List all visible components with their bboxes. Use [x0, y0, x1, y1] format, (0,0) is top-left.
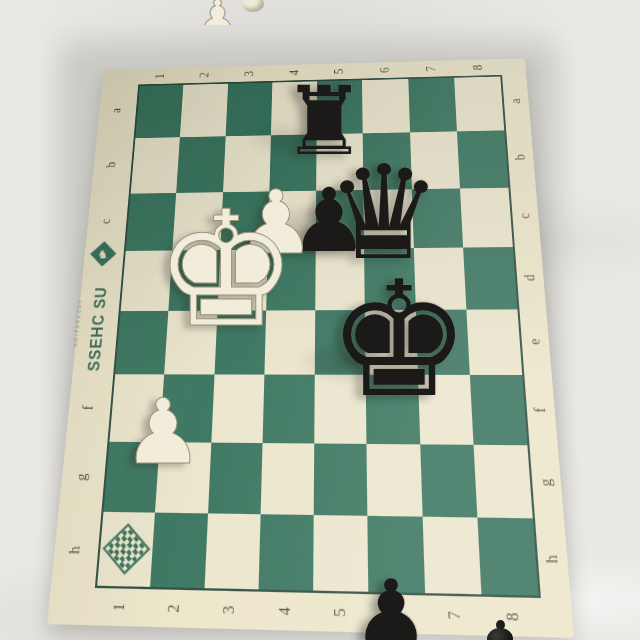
label-left-g: g	[74, 473, 91, 481]
label-bottom-4: 4	[276, 607, 294, 616]
offboard-white-pawn: ♟	[196, 0, 239, 25]
square-h2	[150, 512, 207, 588]
label-right-d: d	[522, 274, 539, 281]
label-top-7: 7	[424, 66, 439, 72]
square-a1	[135, 85, 183, 139]
label-bottom-7: 7	[446, 611, 465, 620]
square-g8	[473, 444, 532, 518]
label-right-g: g	[537, 478, 555, 486]
piece-head	[487, 628, 513, 640]
square-h7	[422, 516, 481, 594]
federation-wordmark: SSEHC SU	[84, 273, 112, 386]
label-left-h: h	[67, 546, 84, 554]
square-f3	[211, 375, 264, 443]
label-top-3: 3	[242, 71, 256, 77]
label-top-2: 2	[198, 72, 212, 78]
label-top-1: 1	[154, 73, 168, 79]
label-bottom-5: 5	[332, 608, 350, 617]
white-pawn-g2: ♟	[123, 387, 204, 477]
label-right-f: f	[532, 408, 550, 413]
square-g7	[420, 444, 477, 517]
square-h4	[258, 514, 313, 591]
square-f4	[262, 375, 314, 443]
square-a6	[362, 79, 409, 134]
square-a3	[225, 83, 272, 137]
offboard-white-pieces: ♟	[196, 0, 266, 25]
label-right-e: e	[527, 339, 544, 345]
label-left-c: c	[99, 218, 114, 224]
label-right-c: c	[517, 213, 533, 219]
square-f8	[470, 375, 528, 445]
square-a8	[454, 77, 504, 132]
square-a7	[408, 78, 457, 133]
label-left-b: b	[104, 162, 119, 168]
knight-diamond-icon: ♞	[90, 241, 116, 266]
square-b8	[457, 131, 509, 188]
offboard-black-pawn: ♟	[352, 568, 429, 640]
square-h3	[204, 513, 260, 589]
label-top-6: 6	[378, 67, 393, 73]
label-top-8: 8	[471, 65, 486, 71]
label-right-b: b	[513, 154, 529, 160]
knight-glyph: ♞	[97, 248, 109, 260]
square-c8	[460, 187, 513, 247]
square-d8	[463, 247, 518, 310]
square-h8	[477, 517, 538, 595]
chessboard-photo: 1234567812345678abcfghabcdefgh ♞ SSEHC S…	[0, 0, 640, 640]
square-g5	[314, 443, 368, 516]
checkered-diamond-icon	[103, 523, 151, 574]
square-g6	[367, 443, 422, 516]
square-h1	[97, 512, 155, 587]
label-bottom-2: 2	[166, 604, 184, 613]
label-right-h: h	[543, 554, 562, 563]
black-king-f6: ♚	[327, 260, 470, 420]
square-g4	[260, 443, 314, 515]
label-bottom-1: 1	[111, 603, 129, 612]
label-right-a: a	[509, 99, 524, 104]
label-left-f: f	[81, 406, 97, 411]
label-bottom-3: 3	[221, 606, 239, 615]
offboard-white-piece-top	[242, 0, 264, 12]
label-left-a: a	[110, 108, 124, 113]
square-a2	[180, 84, 228, 138]
white-king-e3: ♚	[154, 190, 297, 350]
square-g3	[208, 442, 263, 514]
offboard-black-piece-top	[483, 620, 517, 640]
square-e8	[466, 309, 522, 375]
